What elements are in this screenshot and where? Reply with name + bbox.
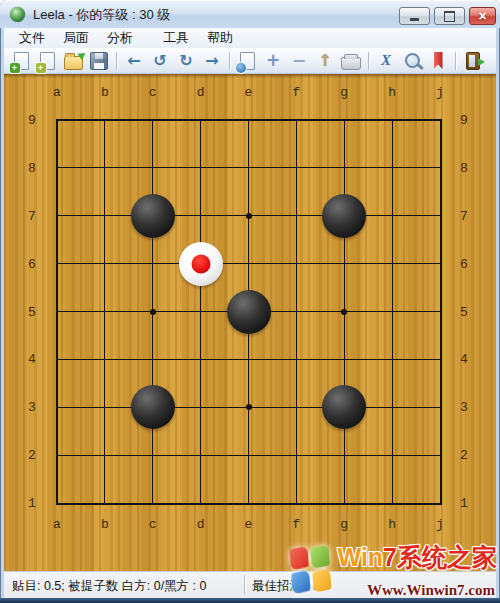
- minus-icon: −: [292, 52, 306, 69]
- coord-label-left-7: 7: [28, 208, 36, 223]
- window-title: Leela - 你的等级 : 30 级: [33, 6, 170, 24]
- save-file-icon: [90, 52, 108, 70]
- black-stone-c3[interactable]: [131, 385, 175, 429]
- coord-label-left-5: 5: [28, 304, 36, 319]
- go-to-start-button[interactable]: ←: [122, 50, 146, 72]
- coord-label-top-h: h: [388, 85, 396, 100]
- search-magnifier-icon: [405, 53, 420, 68]
- menu-item-3[interactable]: 分析: [98, 27, 142, 49]
- minimize-icon: [410, 18, 419, 21]
- toolbar-separator: [455, 52, 456, 70]
- coord-label-right-5: 5: [460, 304, 468, 319]
- close-button[interactable]: ×: [469, 7, 496, 25]
- coord-label-top-f: f: [292, 85, 300, 100]
- decrease-button[interactable]: −: [287, 50, 311, 72]
- back-arrow-icon: ←: [127, 53, 140, 69]
- star-point-g5: [341, 309, 347, 315]
- coord-label-left-2: 2: [28, 448, 36, 463]
- coord-label-top-g: g: [340, 85, 348, 100]
- status-best-move: 最佳招法 : D6: [252, 578, 328, 595]
- save-file-button[interactable]: [87, 50, 111, 72]
- coord-label-right-4: 4: [460, 352, 468, 367]
- search-button[interactable]: [400, 50, 424, 72]
- new-document-icon: +: [14, 52, 29, 70]
- toolbar: + + ← ↺ ↻ → + − ↑ X: [4, 48, 496, 74]
- coord-label-right-3: 3: [460, 400, 468, 415]
- toolbar-separator: [368, 52, 369, 70]
- new-document-alt-icon: +: [40, 52, 55, 70]
- close-icon: ×: [478, 9, 486, 23]
- coord-label-top-d: d: [197, 85, 205, 100]
- black-stone-g7[interactable]: [322, 194, 366, 238]
- exit-door-icon: [466, 52, 480, 70]
- menu-item-4[interactable]: 工具: [154, 27, 198, 49]
- open-folder-button[interactable]: [61, 50, 85, 72]
- exit-button[interactable]: [461, 50, 485, 72]
- minimize-button[interactable]: [399, 7, 430, 25]
- coord-label-bottom-c: c: [149, 517, 157, 532]
- coord-label-right-8: 8: [460, 160, 468, 175]
- plus-icon: +: [266, 52, 280, 69]
- coord-label-bottom-h: h: [388, 517, 396, 532]
- menu-item-5[interactable]: 帮助: [198, 27, 242, 49]
- redo-icon: ↻: [179, 53, 192, 69]
- status-komi-captures: 贴目: 0.5; 被提子数 白方: 0/黑方 : 0: [12, 578, 206, 595]
- forward-arrow-icon: →: [205, 53, 218, 69]
- star-point-e3: [246, 404, 252, 410]
- new-document-button[interactable]: +: [9, 50, 33, 72]
- status-bar: 贴目: 0.5; 被提子数 白方: 0/黑方 : 0 最佳招法 : D6: [4, 571, 496, 598]
- redo-move-button[interactable]: ↻: [174, 50, 198, 72]
- window-bottom-frame: [0, 598, 500, 603]
- coord-label-left-6: 6: [28, 256, 36, 271]
- cut-x-icon: X: [381, 53, 391, 68]
- cut-button[interactable]: X: [374, 50, 398, 72]
- pass-button[interactable]: ↑: [313, 50, 337, 72]
- coord-label-top-a: a: [53, 85, 61, 100]
- coord-label-top-e: e: [245, 85, 253, 100]
- leela-window: Leela - 你的等级 : 30 级 × 文件局面分析工具帮助 + + ← ↺…: [0, 0, 500, 603]
- toolbar-separator: [229, 52, 230, 70]
- coord-label-bottom-d: d: [197, 517, 205, 532]
- maximize-button[interactable]: [434, 7, 465, 25]
- menu-bar: 文件局面分析工具帮助: [4, 28, 496, 48]
- status-separator: [244, 575, 245, 595]
- drive-icon: [341, 57, 361, 70]
- undo-move-button[interactable]: ↺: [148, 50, 172, 72]
- app-icon: [10, 7, 25, 22]
- increase-button[interactable]: +: [261, 50, 285, 72]
- coord-label-bottom-b: b: [101, 517, 109, 532]
- toolbar-separator: [116, 52, 117, 70]
- coord-label-top-j: j: [436, 85, 444, 100]
- bookmark-button[interactable]: [426, 50, 450, 72]
- coord-label-left-8: 8: [28, 160, 36, 175]
- drive-button[interactable]: [339, 50, 363, 72]
- black-stone-e5[interactable]: [227, 290, 271, 334]
- analysis-document-icon: [240, 52, 255, 70]
- coord-label-right-9: 9: [460, 113, 468, 128]
- coord-label-bottom-j: j: [436, 517, 444, 532]
- coord-label-bottom-f: f: [292, 517, 300, 532]
- coord-label-right-2: 2: [460, 448, 468, 463]
- coord-label-top-c: c: [149, 85, 157, 100]
- go-board[interactable]: aabbccddeeffgghhjj998877665544332211: [4, 74, 496, 571]
- black-stone-g3[interactable]: [322, 385, 366, 429]
- star-point-c5: [150, 309, 156, 315]
- black-stone-c7[interactable]: [131, 194, 175, 238]
- bookmark-flag-icon: [434, 52, 443, 69]
- coord-label-bottom-e: e: [245, 517, 253, 532]
- coord-label-left-9: 9: [28, 113, 36, 128]
- analysis-button[interactable]: [235, 50, 259, 72]
- white-stone-d6[interactable]: [179, 242, 223, 286]
- coord-label-left-4: 4: [28, 352, 36, 367]
- coord-label-right-1: 1: [460, 496, 468, 511]
- coord-label-top-b: b: [101, 85, 109, 100]
- open-folder-icon: [64, 56, 83, 70]
- new-document-alt-button[interactable]: +: [35, 50, 59, 72]
- coord-label-left-3: 3: [28, 400, 36, 415]
- title-bar[interactable]: Leela - 你的等级 : 30 级 ×: [0, 0, 500, 28]
- coord-label-right-7: 7: [460, 208, 468, 223]
- undo-icon: ↺: [153, 53, 166, 69]
- coord-label-left-1: 1: [28, 496, 36, 511]
- maximize-icon: [444, 11, 455, 22]
- menu-item-1[interactable]: 文件: [10, 27, 54, 49]
- menu-item-2[interactable]: 局面: [54, 27, 98, 49]
- coord-label-bottom-a: a: [53, 517, 61, 532]
- coord-label-bottom-g: g: [340, 517, 348, 532]
- coord-label-right-6: 6: [460, 256, 468, 271]
- go-to-end-button[interactable]: →: [200, 50, 224, 72]
- last-move-marker: [191, 254, 210, 273]
- up-arrow-icon: ↑: [318, 53, 331, 69]
- star-point-e7: [246, 213, 252, 219]
